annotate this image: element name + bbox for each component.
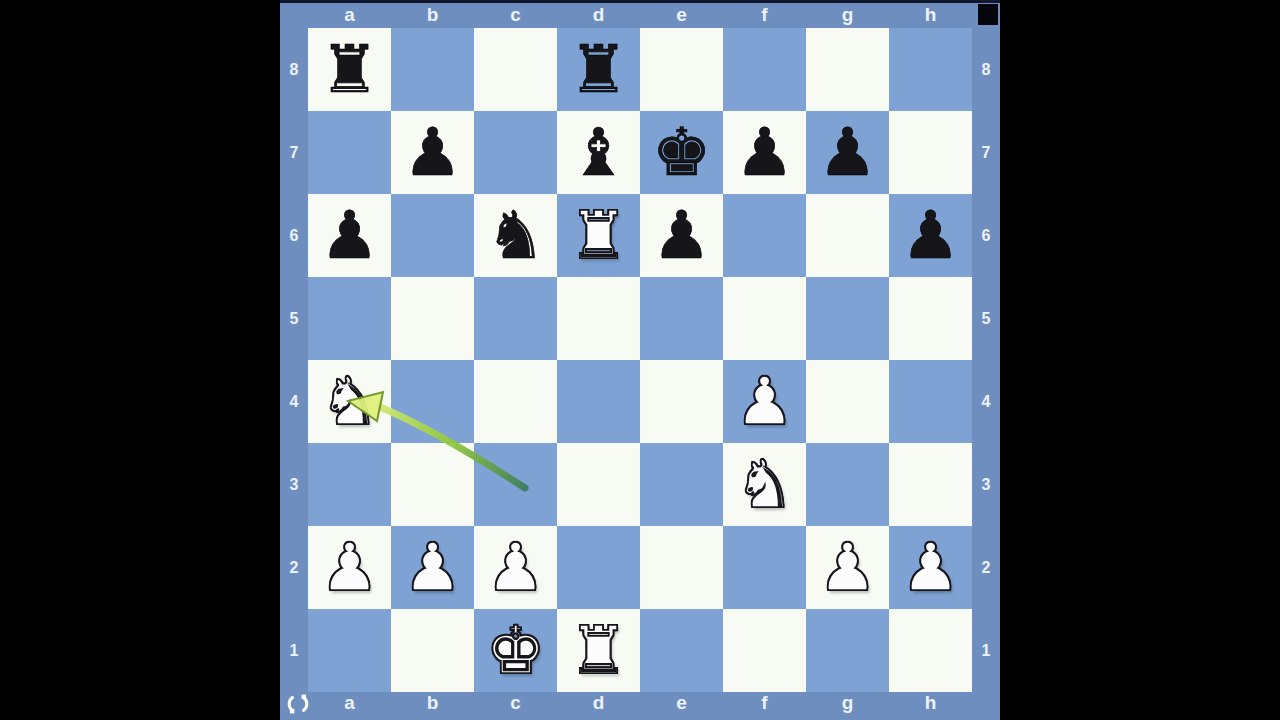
square-g7: ♟: [806, 111, 889, 194]
square-e5: [640, 277, 723, 360]
square-e4: [640, 360, 723, 443]
square-e8: [640, 28, 723, 111]
square-a2: ♟: [308, 526, 391, 609]
square-d3: [557, 443, 640, 526]
rank-label-3-right: 3: [972, 443, 1000, 526]
file-label-g-bottom: g: [806, 691, 889, 714]
board-grid: ♜♜♟♝♚♟♟♟♞♜♟♟♞♟♞♟♟♟♟♟♚♜: [308, 28, 972, 692]
white-pawn-c2: ♟: [486, 526, 545, 609]
square-f5: [723, 277, 806, 360]
square-g8: [806, 28, 889, 111]
square-a4: ♞: [308, 360, 391, 443]
square-b4: [391, 360, 474, 443]
square-d5: [557, 277, 640, 360]
white-rook-d1: ♜: [569, 609, 628, 692]
file-label-c-bottom: c: [474, 691, 557, 714]
square-f3: ♞: [723, 443, 806, 526]
square-g1: [806, 609, 889, 692]
file-label-e-top: e: [640, 2, 723, 28]
white-pawn-b2: ♟: [403, 526, 462, 609]
black-knight-c6: ♞: [486, 194, 545, 277]
white-knight-f3: ♞: [735, 443, 794, 526]
square-f7: ♟: [723, 111, 806, 194]
rank-label-5-left: 5: [280, 277, 308, 360]
white-pawn-h2: ♟: [901, 526, 960, 609]
rank-label-5-right: 5: [972, 277, 1000, 360]
square-b3: [391, 443, 474, 526]
square-c5: [474, 277, 557, 360]
square-c8: [474, 28, 557, 111]
square-a5: [308, 277, 391, 360]
square-g4: [806, 360, 889, 443]
square-a3: [308, 443, 391, 526]
chess-board: ♜♜♟♝♚♟♟♟♞♜♟♟♞♟♞♟♟♟♟♟♚♜ aabbccddeeffgghh8…: [280, 0, 1000, 720]
square-a1: [308, 609, 391, 692]
square-b8: [391, 28, 474, 111]
file-label-b-top: b: [391, 2, 474, 28]
square-b2: ♟: [391, 526, 474, 609]
square-d7: ♝: [557, 111, 640, 194]
square-d1: ♜: [557, 609, 640, 692]
video-frame: ♜♜♟♝♚♟♟♟♞♜♟♟♞♟♞♟♟♟♟♟♚♜ aabbccddeeffgghh8…: [0, 0, 1280, 720]
file-label-d-top: d: [557, 2, 640, 28]
rank-label-7-left: 7: [280, 111, 308, 194]
square-d2: [557, 526, 640, 609]
square-g3: [806, 443, 889, 526]
square-c2: ♟: [474, 526, 557, 609]
file-label-a-top: a: [308, 2, 391, 28]
black-pawn-h6: ♟: [901, 194, 960, 277]
rank-label-2-left: 2: [280, 526, 308, 609]
square-e6: ♟: [640, 194, 723, 277]
black-pawn-e6: ♟: [652, 194, 711, 277]
rank-label-6-left: 6: [280, 194, 308, 277]
square-d8: ♜: [557, 28, 640, 111]
square-h4: [889, 360, 972, 443]
file-label-d-bottom: d: [557, 691, 640, 714]
rank-label-2-right: 2: [972, 526, 1000, 609]
flip-board-icon[interactable]: [286, 692, 310, 716]
square-g6: [806, 194, 889, 277]
black-rook-a8: ♜: [320, 28, 379, 111]
square-f8: [723, 28, 806, 111]
square-a7: [308, 111, 391, 194]
rank-label-1-left: 1: [280, 609, 308, 692]
square-f4: ♟: [723, 360, 806, 443]
black-pawn-f7: ♟: [735, 111, 794, 194]
white-pawn-a2: ♟: [320, 526, 379, 609]
black-rook-d8: ♜: [569, 28, 628, 111]
square-b7: ♟: [391, 111, 474, 194]
square-h7: [889, 111, 972, 194]
square-f6: [723, 194, 806, 277]
black-pawn-g7: ♟: [818, 111, 877, 194]
square-c1: ♚: [474, 609, 557, 692]
file-label-g-top: g: [806, 2, 889, 28]
square-h8: [889, 28, 972, 111]
file-label-a-bottom: a: [308, 691, 391, 714]
square-b1: [391, 609, 474, 692]
square-b5: [391, 277, 474, 360]
square-e1: [640, 609, 723, 692]
square-g5: [806, 277, 889, 360]
square-h6: ♟: [889, 194, 972, 277]
square-c7: [474, 111, 557, 194]
white-king-c1: ♚: [486, 609, 545, 692]
rank-label-4-right: 4: [972, 360, 1000, 443]
file-label-f-bottom: f: [723, 691, 806, 714]
square-e7: ♚: [640, 111, 723, 194]
white-knight-a4: ♞: [320, 360, 379, 443]
square-a8: ♜: [308, 28, 391, 111]
square-c6: ♞: [474, 194, 557, 277]
square-c4: [474, 360, 557, 443]
square-d6: ♜: [557, 194, 640, 277]
square-g2: ♟: [806, 526, 889, 609]
black-pawn-a6: ♟: [320, 194, 379, 277]
file-label-c-top: c: [474, 2, 557, 28]
white-rook-d6: ♜: [569, 194, 628, 277]
white-pawn-g2: ♟: [818, 526, 877, 609]
square-c3: [474, 443, 557, 526]
black-to-move-indicator: [978, 4, 998, 25]
rank-label-8-left: 8: [280, 28, 308, 111]
file-label-b-bottom: b: [391, 691, 474, 714]
square-h5: [889, 277, 972, 360]
square-h1: [889, 609, 972, 692]
square-e2: [640, 526, 723, 609]
square-f1: [723, 609, 806, 692]
square-h3: [889, 443, 972, 526]
square-h2: ♟: [889, 526, 972, 609]
square-e3: [640, 443, 723, 526]
rank-label-7-right: 7: [972, 111, 1000, 194]
black-pawn-b7: ♟: [403, 111, 462, 194]
rank-label-8-right: 8: [972, 28, 1000, 111]
rank-label-4-left: 4: [280, 360, 308, 443]
file-label-f-top: f: [723, 2, 806, 28]
file-label-h-bottom: h: [889, 691, 972, 714]
square-b6: [391, 194, 474, 277]
black-bishop-d7: ♝: [569, 111, 628, 194]
black-king-e7: ♚: [652, 111, 711, 194]
square-d4: [557, 360, 640, 443]
rank-label-6-right: 6: [972, 194, 1000, 277]
rank-label-3-left: 3: [280, 443, 308, 526]
file-label-e-bottom: e: [640, 691, 723, 714]
square-f2: [723, 526, 806, 609]
file-label-h-top: h: [889, 2, 972, 28]
rank-label-1-right: 1: [972, 609, 1000, 692]
white-pawn-f4: ♟: [735, 360, 794, 443]
square-a6: ♟: [308, 194, 391, 277]
